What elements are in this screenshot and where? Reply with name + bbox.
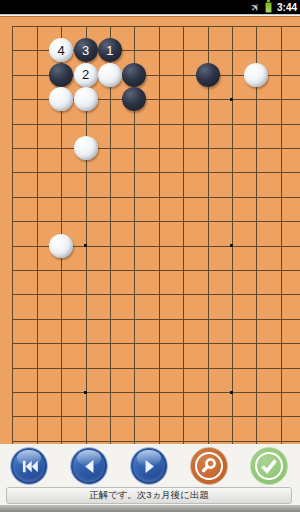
grid-line-horizontal xyxy=(12,368,300,369)
stone-black xyxy=(122,63,146,87)
back-button[interactable] xyxy=(70,447,108,485)
grid-line-horizontal xyxy=(12,148,300,149)
grid-line-vertical xyxy=(281,26,282,445)
grid-line-vertical xyxy=(232,26,233,445)
move-number-label: 2 xyxy=(82,68,89,81)
star-point xyxy=(230,391,233,394)
grid-line-horizontal xyxy=(12,172,300,173)
star-point xyxy=(230,244,233,247)
grid-line-vertical xyxy=(208,26,209,445)
app-screen: ✈ 3:44 4312 xyxy=(0,0,300,512)
stone-black: 1 xyxy=(98,38,122,62)
grid-line-horizontal xyxy=(12,124,300,125)
grid-line-vertical xyxy=(183,26,184,445)
battery-icon xyxy=(265,2,272,13)
grid-line-horizontal xyxy=(12,197,300,198)
search-icon xyxy=(197,454,221,478)
status-message-bar: 正解です。次3ヵ月後に出題 xyxy=(6,487,292,504)
grid-line-vertical xyxy=(110,26,111,445)
clock-time: 3:44 xyxy=(277,2,297,13)
grid-line-vertical xyxy=(37,26,38,445)
stone-white xyxy=(74,136,98,160)
move-number-label: 3 xyxy=(82,44,89,57)
move-number-label: 4 xyxy=(57,44,64,57)
search-button[interactable] xyxy=(190,447,228,485)
confirm-button[interactable] xyxy=(250,447,288,485)
grid-line-horizontal xyxy=(12,26,300,27)
stone-white xyxy=(98,63,122,87)
stone-white xyxy=(49,87,73,111)
grid-line-vertical xyxy=(12,26,13,445)
airplane-mode-icon: ✈ xyxy=(248,0,262,14)
stone-white: 2 xyxy=(74,63,98,87)
go-board[interactable]: 4312 xyxy=(0,16,300,444)
check-icon xyxy=(257,454,281,478)
stone-white xyxy=(244,63,268,87)
status-message: 正解です。次3ヵ月後に出題 xyxy=(89,489,209,502)
star-point xyxy=(230,98,233,101)
grid-line-horizontal xyxy=(12,270,300,271)
star-point xyxy=(84,391,87,394)
stone-white xyxy=(49,234,73,258)
status-bar: ✈ 3:44 xyxy=(0,0,300,15)
move-number-label: 1 xyxy=(106,44,113,57)
rewind-button[interactable] xyxy=(10,447,48,485)
next-icon xyxy=(139,456,160,477)
skip-to-start-icon xyxy=(19,456,40,477)
forward-button[interactable] xyxy=(130,447,168,485)
grid-line-horizontal xyxy=(12,221,300,222)
grid-line-horizontal xyxy=(12,441,300,442)
grid-line-horizontal xyxy=(12,343,300,344)
grid-line-horizontal xyxy=(12,294,300,295)
stone-black xyxy=(122,87,146,111)
star-point xyxy=(84,244,87,247)
grid-line-horizontal xyxy=(12,319,300,320)
bottom-strip xyxy=(0,505,300,512)
stone-white xyxy=(74,87,98,111)
grid-line-horizontal xyxy=(12,392,300,393)
stone-black: 3 xyxy=(74,38,98,62)
grid-line-vertical xyxy=(256,26,257,445)
grid-line-vertical xyxy=(159,26,160,445)
grid-line-horizontal xyxy=(12,416,300,417)
stone-black xyxy=(49,63,73,87)
stone-white: 4 xyxy=(49,38,73,62)
previous-icon xyxy=(79,456,100,477)
stone-black xyxy=(196,63,220,87)
